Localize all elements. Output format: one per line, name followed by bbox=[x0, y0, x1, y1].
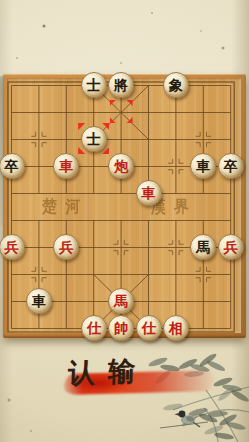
piece-glyph: 車 bbox=[59, 158, 73, 172]
piece-f4-red-chariot[interactable]: 車 bbox=[136, 180, 162, 206]
piece-glyph: 象 bbox=[169, 77, 183, 91]
piece-glyph: 車 bbox=[142, 185, 156, 199]
piece-g0-black-elephant[interactable]: 象 bbox=[163, 72, 189, 98]
piece-glyph: 馬 bbox=[196, 239, 210, 253]
piece-e9-red-general[interactable]: 帥 bbox=[108, 315, 134, 341]
resign-button[interactable]: 认输 bbox=[52, 350, 222, 402]
piece-h6-black-horse[interactable]: 馬 bbox=[190, 234, 216, 260]
piece-b8-black-chariot[interactable]: 車 bbox=[26, 288, 52, 314]
piece-a6-red-soldier[interactable]: 兵 bbox=[0, 234, 25, 260]
piece-glyph: 仕 bbox=[142, 320, 156, 334]
piece-d2-black-advisor[interactable]: 士 bbox=[81, 126, 107, 152]
xiangqi-board: 楚河 漢界 士將象士卒車卒馬車車炮車兵兵兵馬仕帥仕相 bbox=[3, 74, 246, 338]
piece-h3-black-chariot[interactable]: 車 bbox=[190, 153, 216, 179]
piece-glyph: 將 bbox=[114, 77, 128, 91]
piece-glyph: 士 bbox=[87, 77, 101, 91]
resign-button-label: 认输 bbox=[67, 353, 148, 392]
app-screen: 楚河 漢界 士將象士卒車卒馬車車炮車兵兵兵馬仕帥仕相 认输 bbox=[0, 0, 249, 442]
piece-d0-black-advisor[interactable]: 士 bbox=[81, 72, 107, 98]
piece-d9-red-advisor[interactable]: 仕 bbox=[81, 315, 107, 341]
piece-glyph: 帥 bbox=[114, 320, 128, 334]
piece-glyph: 兵 bbox=[59, 239, 73, 253]
piece-e8-red-horse[interactable]: 馬 bbox=[108, 288, 134, 314]
piece-glyph: 炮 bbox=[114, 158, 128, 172]
piece-f9-red-advisor[interactable]: 仕 bbox=[136, 315, 162, 341]
piece-i6-red-soldier[interactable]: 兵 bbox=[218, 234, 244, 260]
piece-a3-black-soldier[interactable]: 卒 bbox=[0, 153, 25, 179]
piece-c3-red-chariot[interactable]: 車 bbox=[53, 153, 79, 179]
piece-glyph: 卒 bbox=[5, 158, 19, 172]
piece-i3-black-soldier[interactable]: 卒 bbox=[218, 153, 244, 179]
piece-c6-red-soldier[interactable]: 兵 bbox=[53, 234, 79, 260]
piece-glyph: 兵 bbox=[224, 239, 238, 253]
piece-g9-red-elephant[interactable]: 相 bbox=[163, 315, 189, 341]
piece-e3-red-cannon[interactable]: 炮 bbox=[108, 153, 134, 179]
piece-e0-black-general[interactable]: 將 bbox=[108, 72, 134, 98]
river-label-chu-he: 楚河 bbox=[25, 196, 105, 217]
piece-glyph: 士 bbox=[87, 131, 101, 145]
piece-glyph: 車 bbox=[32, 293, 46, 307]
parchment-speckles bbox=[0, 0, 2, 2]
piece-glyph: 相 bbox=[169, 320, 183, 334]
piece-glyph: 車 bbox=[196, 158, 210, 172]
piece-glyph: 馬 bbox=[114, 293, 128, 307]
piece-glyph: 仕 bbox=[87, 320, 101, 334]
piece-glyph: 兵 bbox=[5, 239, 19, 253]
piece-glyph: 卒 bbox=[224, 158, 238, 172]
